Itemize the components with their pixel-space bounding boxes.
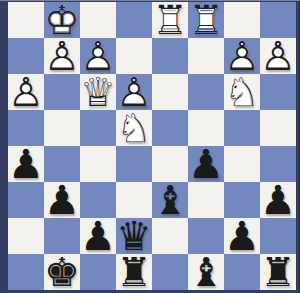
square-e4[interactable]: ♞♘ xyxy=(116,110,152,146)
square-f8[interactable] xyxy=(80,254,116,290)
square-b4[interactable] xyxy=(224,110,260,146)
square-f5[interactable] xyxy=(80,146,116,182)
black-piece-glyph: ♜ xyxy=(116,254,152,290)
white-piece-fill-glyph: ♞ xyxy=(116,110,152,146)
square-e8[interactable]: ♜ xyxy=(116,254,152,290)
white-piece-outline-glyph: ♙ xyxy=(80,38,116,74)
white-piece-fill-glyph: ♟ xyxy=(224,38,260,74)
white-piece-outline-glyph: ♙ xyxy=(116,74,152,110)
white-piece-fill-glyph: ♛ xyxy=(80,74,116,110)
square-c2[interactable] xyxy=(188,38,224,74)
piece-white-knight: ♞♘ xyxy=(116,110,152,146)
white-piece-fill-glyph: ♟ xyxy=(116,74,152,110)
square-e5[interactable] xyxy=(116,146,152,182)
square-h4[interactable] xyxy=(8,110,44,146)
square-a5[interactable] xyxy=(260,146,296,182)
piece-black-queen: ♛ xyxy=(116,218,152,254)
square-a2[interactable]: ♟♙ xyxy=(260,38,296,74)
square-g8[interactable]: ♚ xyxy=(44,254,80,290)
square-h6[interactable] xyxy=(8,182,44,218)
square-e6[interactable] xyxy=(116,182,152,218)
piece-black-pawn: ♟ xyxy=(188,146,224,182)
black-piece-glyph: ♟ xyxy=(260,182,296,218)
square-c3[interactable] xyxy=(188,74,224,110)
square-a3[interactable] xyxy=(260,74,296,110)
white-piece-fill-glyph: ♟ xyxy=(80,38,116,74)
piece-white-king: ♚♔ xyxy=(44,2,80,38)
square-c8[interactable]: ♝ xyxy=(188,254,224,290)
square-f3[interactable]: ♛♕ xyxy=(80,74,116,110)
piece-white-rook: ♜♖ xyxy=(188,2,224,38)
piece-white-pawn: ♟♙ xyxy=(44,38,80,74)
white-piece-outline-glyph: ♔ xyxy=(44,2,80,38)
square-f6[interactable] xyxy=(80,182,116,218)
white-piece-fill-glyph: ♟ xyxy=(260,38,296,74)
square-h1[interactable] xyxy=(8,2,44,38)
square-c1[interactable]: ♜♖ xyxy=(188,2,224,38)
white-piece-outline-glyph: ♙ xyxy=(44,38,80,74)
square-a7[interactable] xyxy=(260,218,296,254)
square-e2[interactable] xyxy=(116,38,152,74)
square-b5[interactable] xyxy=(224,146,260,182)
square-c4[interactable] xyxy=(188,110,224,146)
white-piece-outline-glyph: ♕ xyxy=(80,74,116,110)
piece-black-pawn: ♟ xyxy=(44,182,80,218)
square-d5[interactable] xyxy=(152,146,188,182)
square-e7[interactable]: ♛ xyxy=(116,218,152,254)
white-piece-fill-glyph: ♜ xyxy=(152,2,188,38)
white-piece-outline-glyph: ♖ xyxy=(152,2,188,38)
square-d4[interactable] xyxy=(152,110,188,146)
square-a6[interactable]: ♟ xyxy=(260,182,296,218)
piece-black-bishop: ♝ xyxy=(188,254,224,290)
white-piece-fill-glyph: ♜ xyxy=(188,2,224,38)
piece-black-pawn: ♟ xyxy=(8,146,44,182)
black-piece-glyph: ♝ xyxy=(188,254,224,290)
square-f2[interactable]: ♟♙ xyxy=(80,38,116,74)
piece-white-pawn: ♟♙ xyxy=(260,38,296,74)
piece-black-bishop: ♝ xyxy=(152,182,188,218)
piece-black-pawn: ♟ xyxy=(80,218,116,254)
white-piece-fill-glyph: ♚ xyxy=(44,2,80,38)
square-h5[interactable]: ♟ xyxy=(8,146,44,182)
black-piece-glyph: ♟ xyxy=(8,146,44,182)
square-g3[interactable] xyxy=(44,74,80,110)
piece-white-pawn: ♟♙ xyxy=(80,38,116,74)
piece-white-pawn: ♟♙ xyxy=(224,38,260,74)
square-e3[interactable]: ♟♙ xyxy=(116,74,152,110)
white-piece-outline-glyph: ♖ xyxy=(188,2,224,38)
square-g6[interactable]: ♟ xyxy=(44,182,80,218)
square-f7[interactable]: ♟ xyxy=(80,218,116,254)
square-b6[interactable] xyxy=(224,182,260,218)
white-piece-outline-glyph: ♙ xyxy=(260,38,296,74)
square-g1[interactable]: ♚♔ xyxy=(44,2,80,38)
square-g5[interactable] xyxy=(44,146,80,182)
square-g2[interactable]: ♟♙ xyxy=(44,38,80,74)
square-d1[interactable]: ♜♖ xyxy=(152,2,188,38)
piece-white-pawn: ♟♙ xyxy=(116,74,152,110)
black-piece-glyph: ♟ xyxy=(188,146,224,182)
piece-black-pawn: ♟ xyxy=(260,182,296,218)
white-piece-fill-glyph: ♞ xyxy=(224,74,260,110)
piece-black-rook: ♜ xyxy=(260,254,296,290)
black-piece-glyph: ♛ xyxy=(116,218,152,254)
square-h3[interactable]: ♟♙ xyxy=(8,74,44,110)
square-b1[interactable] xyxy=(224,2,260,38)
square-e1[interactable] xyxy=(116,2,152,38)
square-f4[interactable] xyxy=(80,110,116,146)
square-b7[interactable]: ♟ xyxy=(224,218,260,254)
piece-white-queen: ♛♕ xyxy=(80,74,116,110)
piece-black-pawn: ♟ xyxy=(224,218,260,254)
white-piece-outline-glyph: ♘ xyxy=(116,110,152,146)
square-c6[interactable] xyxy=(188,182,224,218)
chess-board: ♚♔♜♖♜♖♟♙♟♙♟♙♟♙♟♙♛♕♟♙♞♘♞♘♟♟♟♝♟♟♛♟♚♜♝♜ xyxy=(8,2,296,290)
piece-white-rook: ♜♖ xyxy=(152,2,188,38)
black-piece-glyph: ♝ xyxy=(152,182,188,218)
white-piece-fill-glyph: ♟ xyxy=(8,74,44,110)
piece-white-pawn: ♟♙ xyxy=(8,74,44,110)
piece-black-king: ♚ xyxy=(44,254,80,290)
square-a1[interactable] xyxy=(260,2,296,38)
square-d3[interactable] xyxy=(152,74,188,110)
square-f1[interactable] xyxy=(80,2,116,38)
square-b2[interactable]: ♟♙ xyxy=(224,38,260,74)
square-h8[interactable] xyxy=(8,254,44,290)
black-piece-glyph: ♟ xyxy=(44,182,80,218)
piece-white-knight: ♞♘ xyxy=(224,74,260,110)
black-piece-glyph: ♜ xyxy=(260,254,296,290)
black-piece-glyph: ♟ xyxy=(224,218,260,254)
square-b3[interactable]: ♞♘ xyxy=(224,74,260,110)
square-c5[interactable]: ♟ xyxy=(188,146,224,182)
board-frame: ♚♔♜♖♜♖♟♙♟♙♟♙♟♙♟♙♛♕♟♙♞♘♞♘♟♟♟♝♟♟♛♟♚♜♝♜ xyxy=(0,0,300,293)
square-d2[interactable] xyxy=(152,38,188,74)
square-a8[interactable]: ♜ xyxy=(260,254,296,290)
white-piece-outline-glyph: ♘ xyxy=(224,74,260,110)
square-b8[interactable] xyxy=(224,254,260,290)
square-c7[interactable] xyxy=(188,218,224,254)
white-piece-outline-glyph: ♙ xyxy=(224,38,260,74)
black-piece-glyph: ♟ xyxy=(80,218,116,254)
square-d6[interactable]: ♝ xyxy=(152,182,188,218)
square-d8[interactable] xyxy=(152,254,188,290)
square-h7[interactable] xyxy=(8,218,44,254)
square-g7[interactable] xyxy=(44,218,80,254)
white-piece-fill-glyph: ♟ xyxy=(44,38,80,74)
square-g4[interactable] xyxy=(44,110,80,146)
square-d7[interactable] xyxy=(152,218,188,254)
piece-black-rook: ♜ xyxy=(116,254,152,290)
square-h2[interactable] xyxy=(8,38,44,74)
white-piece-outline-glyph: ♙ xyxy=(8,74,44,110)
black-piece-glyph: ♚ xyxy=(44,254,80,290)
square-a4[interactable] xyxy=(260,110,296,146)
